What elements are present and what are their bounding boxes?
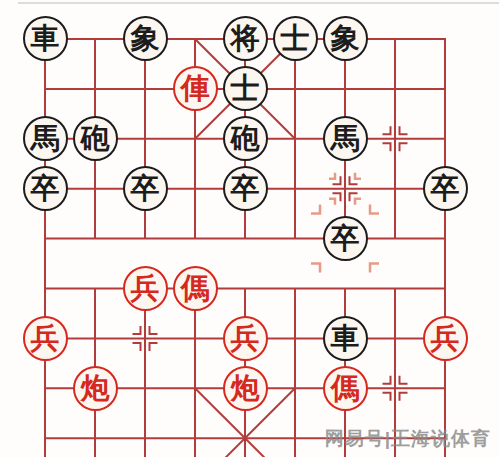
piece-red-soldier[interactable]: 兵 <box>23 316 68 361</box>
piece-black-soldier[interactable]: 卒 <box>23 166 68 211</box>
piece-black-cannon[interactable]: 砲 <box>73 116 118 161</box>
board-grid: 車象将士象俥士馬砲砲馬卒卒卒卒卒兵傌兵兵車兵炮炮傌 <box>20 14 470 457</box>
piece-black-elephant[interactable]: 象 <box>323 16 368 61</box>
piece-red-horse[interactable]: 傌 <box>323 366 368 411</box>
piece-red-horse[interactable]: 傌 <box>173 266 218 311</box>
piece-black-elephant[interactable]: 象 <box>123 16 168 61</box>
piece-red-soldier[interactable]: 兵 <box>423 316 468 361</box>
piece-red-chariot[interactable]: 俥 <box>173 66 218 111</box>
piece-red-soldier[interactable]: 兵 <box>223 316 268 361</box>
piece-black-horse[interactable]: 馬 <box>323 116 368 161</box>
piece-black-soldier[interactable]: 卒 <box>223 166 268 211</box>
piece-black-advisor[interactable]: 士 <box>273 16 318 61</box>
piece-black-chariot[interactable]: 車 <box>23 16 68 61</box>
piece-black-soldier[interactable]: 卒 <box>323 216 368 261</box>
piece-black-soldier[interactable]: 卒 <box>123 166 168 211</box>
xiangqi-board-screenshot: 車象将士象俥士馬砲砲馬卒卒卒卒卒兵傌兵兵車兵炮炮傌 网易号|王海说体育 <box>0 0 499 457</box>
piece-red-cannon[interactable]: 炮 <box>223 366 268 411</box>
piece-black-general[interactable]: 将 <box>223 16 268 61</box>
piece-black-soldier[interactable]: 卒 <box>423 166 468 211</box>
piece-black-horse[interactable]: 馬 <box>23 116 68 161</box>
piece-black-chariot[interactable]: 車 <box>323 316 368 361</box>
watermark: 网易号|王海说体育 <box>325 426 491 452</box>
piece-red-cannon[interactable]: 炮 <box>73 366 118 411</box>
piece-black-advisor[interactable]: 士 <box>223 66 268 111</box>
piece-red-soldier[interactable]: 兵 <box>123 266 168 311</box>
piece-black-cannon[interactable]: 砲 <box>223 116 268 161</box>
